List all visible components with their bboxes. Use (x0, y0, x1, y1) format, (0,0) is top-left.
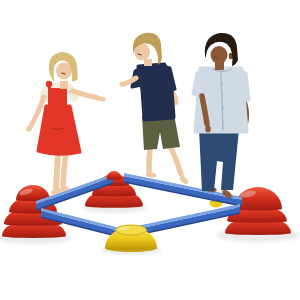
product-photo (0, 0, 300, 300)
girl-hand-down (26, 126, 32, 132)
girl-pinafore-bib (48, 88, 67, 108)
rboy-face (211, 46, 228, 64)
mboy-leg-stepping (171, 148, 181, 174)
balance-course-scene (0, 0, 300, 300)
rboy-jeans (199, 129, 239, 191)
girl-neck (60, 81, 68, 89)
rboy-hand-hanging (205, 125, 211, 132)
rboy-button (222, 95, 224, 97)
girl-pinafore-skirt (38, 106, 80, 154)
child-girl (26, 52, 106, 195)
rboy-button (222, 107, 224, 109)
rboy-sleeve-right (237, 69, 249, 101)
child-boy-right (193, 33, 249, 200)
girl-leg-front (56, 152, 58, 188)
girl-leg-back (63, 152, 66, 186)
mboy-neck (144, 59, 152, 66)
rboy-sleeve-left (193, 68, 206, 96)
child-boy-middle (119, 33, 189, 186)
girl-strap-bow (46, 81, 52, 87)
mboy-hand-pointing (119, 81, 124, 86)
rboy-button (221, 83, 223, 85)
plank-front-to-right (137, 204, 240, 235)
back-dome-knob (107, 171, 122, 180)
mboy-leg-planted (149, 148, 150, 171)
